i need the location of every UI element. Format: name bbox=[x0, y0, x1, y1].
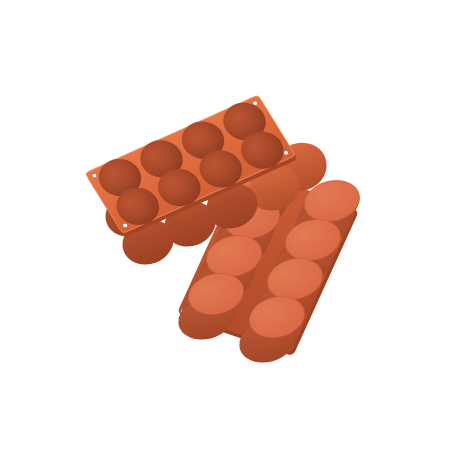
photo-canvas bbox=[0, 0, 460, 460]
silicone-mold-product-photo bbox=[0, 0, 460, 460]
